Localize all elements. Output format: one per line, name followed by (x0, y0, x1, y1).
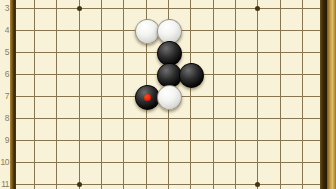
board-right-edge-line (320, 0, 327, 189)
goban-board[interactable]: 34567891011 (0, 0, 336, 189)
star-point (255, 6, 260, 11)
black-stone (157, 63, 182, 88)
grid-hline (12, 162, 321, 163)
star-point (77, 182, 82, 187)
grid-hline (12, 184, 321, 185)
row-label-11: 11 (0, 180, 9, 189)
grid-hline (12, 140, 321, 141)
white-stone (157, 19, 182, 44)
row-label-3: 3 (0, 4, 9, 13)
row-label-5: 5 (0, 48, 9, 57)
row-label-8: 8 (0, 114, 9, 123)
white-stone (135, 19, 160, 44)
black-stone (157, 41, 182, 66)
grid-hline (12, 118, 321, 119)
star-point (77, 6, 82, 11)
last-move-marker-icon (144, 94, 151, 101)
row-label-7: 7 (0, 92, 9, 101)
black-stone (179, 63, 204, 88)
board-left-edge-line (10, 0, 16, 189)
row-label-10: 10 (0, 158, 9, 167)
white-stone (157, 85, 182, 110)
star-point (255, 182, 260, 187)
wood-frame-right (327, 0, 336, 189)
black-stone-last-move (135, 85, 160, 110)
row-label-4: 4 (0, 26, 9, 35)
row-label-6: 6 (0, 70, 9, 79)
grid-hline (12, 8, 321, 9)
row-label-9: 9 (0, 136, 9, 145)
